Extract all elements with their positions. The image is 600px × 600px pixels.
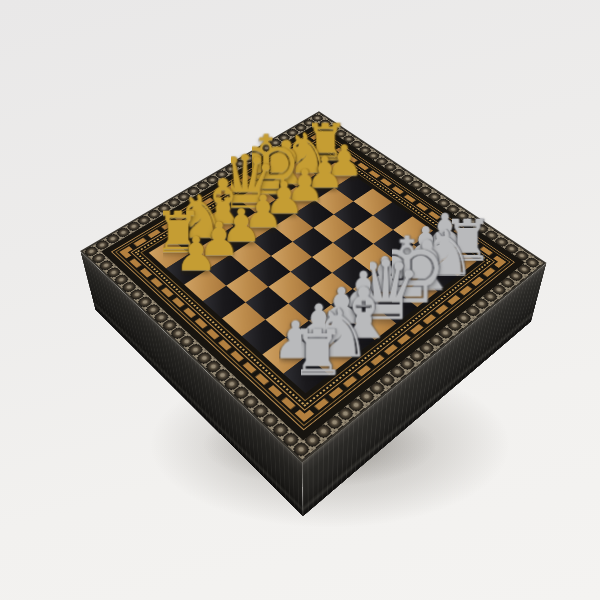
scene: ♜♞♝♛♚♝♞♜♟♟♟♟♟♟♟♟♟♟♟♟♟♟♟♟♜♞♝♛♚♝♞♜ bbox=[0, 0, 600, 600]
silver-rook: ♜ bbox=[301, 321, 334, 384]
board-case-top: ♜♞♝♛♚♝♞♜♟♟♟♟♟♟♟♟♟♟♟♟♟♟♟♟♜♞♝♛♚♝♞♜ bbox=[80, 111, 546, 463]
product-photo-stage: ♜♞♝♛♚♝♞♜♟♟♟♟♟♟♟♟♟♟♟♟♟♟♟♟♜♞♝♛♚♝♞♜ bbox=[0, 0, 600, 600]
gold-pawn: ♟ bbox=[181, 230, 211, 277]
chess-set: ♜♞♝♛♚♝♞♜♟♟♟♟♟♟♟♟♟♟♟♟♟♟♟♟♜♞♝♛♚♝♞♜ bbox=[80, 111, 546, 463]
